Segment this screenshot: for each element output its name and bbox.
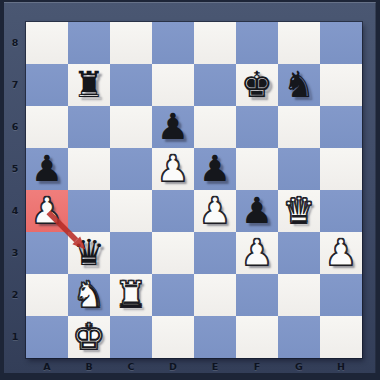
rank-label-1: 1 <box>4 316 26 358</box>
square-g4[interactable]: ♛ <box>278 190 320 232</box>
square-b3[interactable]: ♛ <box>68 232 110 274</box>
square-f4[interactable]: ♟ <box>236 190 278 232</box>
rank-label-2: 2 <box>4 274 26 316</box>
square-a4[interactable]: ♟ <box>26 190 68 232</box>
square-h7[interactable] <box>320 64 362 106</box>
square-b6[interactable] <box>68 106 110 148</box>
square-d5[interactable]: ♟ <box>152 148 194 190</box>
square-c1[interactable] <box>110 316 152 358</box>
square-a3[interactable] <box>26 232 68 274</box>
file-labels: ABCDEFGH <box>26 358 362 375</box>
white-queen-icon[interactable]: ♛ <box>283 193 315 229</box>
square-c7[interactable] <box>110 64 152 106</box>
square-h5[interactable] <box>320 148 362 190</box>
file-label-a: A <box>26 361 68 372</box>
square-e3[interactable] <box>194 232 236 274</box>
square-h4[interactable] <box>320 190 362 232</box>
square-h8[interactable] <box>320 22 362 64</box>
chess-board: ♜♚♞♟♟♟♟♟♟♟♛♛♟♟♞♜♚ <box>26 22 362 358</box>
square-b1[interactable]: ♚ <box>68 316 110 358</box>
rank-label-3: 3 <box>4 232 26 274</box>
square-a6[interactable] <box>26 106 68 148</box>
square-e4[interactable]: ♟ <box>194 190 236 232</box>
black-pawn-icon[interactable]: ♟ <box>241 193 273 229</box>
file-label-f: F <box>236 361 278 372</box>
white-pawn-icon[interactable]: ♟ <box>325 235 357 271</box>
square-a2[interactable] <box>26 274 68 316</box>
square-a7[interactable] <box>26 64 68 106</box>
black-pawn-icon[interactable]: ♟ <box>199 151 231 187</box>
square-g5[interactable] <box>278 148 320 190</box>
square-c8[interactable] <box>110 22 152 64</box>
white-king-icon[interactable]: ♚ <box>73 319 105 355</box>
board-frame: 87654321 ABCDEFGH ♜♚♞♟♟♟♟♟♟♟♛♛♟♟♞♜♚ <box>0 0 380 380</box>
white-pawn-icon[interactable]: ♟ <box>241 235 273 271</box>
square-h1[interactable] <box>320 316 362 358</box>
square-f5[interactable] <box>236 148 278 190</box>
square-d2[interactable] <box>152 274 194 316</box>
square-e2[interactable] <box>194 274 236 316</box>
rank-label-8: 8 <box>4 22 26 64</box>
white-pawn-icon[interactable]: ♟ <box>31 193 63 229</box>
square-b2[interactable]: ♞ <box>68 274 110 316</box>
black-king-icon[interactable]: ♚ <box>241 67 273 103</box>
square-b5[interactable] <box>68 148 110 190</box>
square-g8[interactable] <box>278 22 320 64</box>
square-d8[interactable] <box>152 22 194 64</box>
rank-label-6: 6 <box>4 106 26 148</box>
square-e5[interactable]: ♟ <box>194 148 236 190</box>
square-g7[interactable]: ♞ <box>278 64 320 106</box>
black-pawn-icon[interactable]: ♟ <box>31 151 63 187</box>
rank-labels: 87654321 <box>4 22 26 358</box>
square-g3[interactable] <box>278 232 320 274</box>
square-b7[interactable]: ♜ <box>68 64 110 106</box>
file-label-b: B <box>68 361 110 372</box>
square-f1[interactable] <box>236 316 278 358</box>
square-f6[interactable] <box>236 106 278 148</box>
white-knight-icon[interactable]: ♞ <box>73 277 105 313</box>
square-a8[interactable] <box>26 22 68 64</box>
black-queen-icon[interactable]: ♛ <box>73 235 105 271</box>
square-f3[interactable]: ♟ <box>236 232 278 274</box>
square-a1[interactable] <box>26 316 68 358</box>
black-knight-icon[interactable]: ♞ <box>283 67 315 103</box>
file-label-c: C <box>110 361 152 372</box>
square-h2[interactable] <box>320 274 362 316</box>
square-f8[interactable] <box>236 22 278 64</box>
square-d6[interactable]: ♟ <box>152 106 194 148</box>
black-pawn-icon[interactable]: ♟ <box>157 109 189 145</box>
square-h3[interactable]: ♟ <box>320 232 362 274</box>
square-d7[interactable] <box>152 64 194 106</box>
file-label-d: D <box>152 361 194 372</box>
square-d3[interactable] <box>152 232 194 274</box>
white-rook-icon[interactable]: ♜ <box>115 277 147 313</box>
square-e8[interactable] <box>194 22 236 64</box>
square-f7[interactable]: ♚ <box>236 64 278 106</box>
square-c4[interactable] <box>110 190 152 232</box>
square-c2[interactable]: ♜ <box>110 274 152 316</box>
file-label-g: G <box>278 361 320 372</box>
square-e7[interactable] <box>194 64 236 106</box>
square-b4[interactable] <box>68 190 110 232</box>
square-h6[interactable] <box>320 106 362 148</box>
square-d1[interactable] <box>152 316 194 358</box>
square-c3[interactable] <box>110 232 152 274</box>
rank-label-5: 5 <box>4 148 26 190</box>
square-a5[interactable]: ♟ <box>26 148 68 190</box>
black-rook-icon[interactable]: ♜ <box>73 67 105 103</box>
rank-label-7: 7 <box>4 64 26 106</box>
square-g6[interactable] <box>278 106 320 148</box>
square-d4[interactable] <box>152 190 194 232</box>
file-label-e: E <box>194 361 236 372</box>
square-f2[interactable] <box>236 274 278 316</box>
white-pawn-icon[interactable]: ♟ <box>157 151 189 187</box>
square-c6[interactable] <box>110 106 152 148</box>
square-g2[interactable] <box>278 274 320 316</box>
square-c5[interactable] <box>110 148 152 190</box>
square-e1[interactable] <box>194 316 236 358</box>
square-b8[interactable] <box>68 22 110 64</box>
square-e6[interactable] <box>194 106 236 148</box>
white-pawn-icon[interactable]: ♟ <box>199 193 231 229</box>
file-label-h: H <box>320 361 362 372</box>
square-g1[interactable] <box>278 316 320 358</box>
rank-label-4: 4 <box>4 190 26 232</box>
